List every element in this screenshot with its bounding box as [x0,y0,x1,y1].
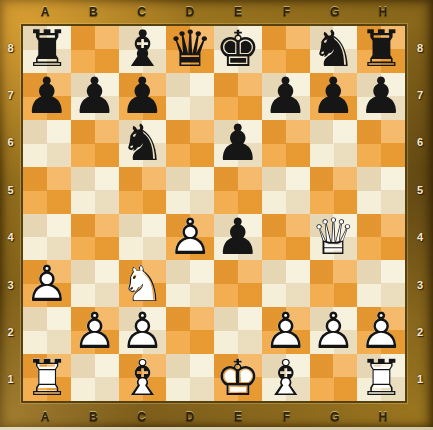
square-g3[interactable] [310,260,358,307]
square-b3[interactable] [71,260,119,307]
file-label-bottom-h: H [359,403,407,430]
white-pawn: ♟♙ [166,214,214,261]
square-d6[interactable] [166,120,214,167]
chess-board: ♜♝♛♚♞♜♟♟♟♟♟♟♞♟♟♙♟♛♕♟♙♞♘♟♙♟♙♟♙♟♙♟♙♜♖♝♗♚♔♝… [21,24,407,403]
file-label-bottom-a: A [21,403,69,430]
square-h3[interactable] [357,260,405,307]
white-queen: ♛♕ [310,214,358,261]
white-pawn: ♟♙ [357,307,405,354]
square-d7[interactable] [166,73,214,120]
rank-label-left-5: 5 [0,166,21,213]
white-piece-outline: ♙ [310,307,358,354]
file-label-bottom-d: D [166,403,214,430]
white-piece-outline: ♔ [214,354,262,401]
black-pawn: ♟ [357,73,405,120]
black-king: ♚ [214,26,262,73]
square-c3[interactable]: ♞♘ [119,260,167,307]
file-label-top-b: B [69,0,117,24]
white-pawn: ♟♙ [119,307,167,354]
square-e8[interactable]: ♚ [214,26,262,73]
square-e5[interactable] [214,167,262,214]
rank-label-right-7: 7 [407,71,433,118]
square-d4[interactable]: ♟♙ [166,214,214,261]
rank-label-left-1: 1 [0,356,21,403]
square-b8[interactable] [71,26,119,73]
square-a8[interactable]: ♜ [23,26,71,73]
square-f3[interactable] [262,260,310,307]
file-label-top-f: F [262,0,310,24]
square-a5[interactable] [23,167,71,214]
white-piece-outline: ♖ [357,354,405,401]
rank-label-left-2: 2 [0,308,21,355]
square-e7[interactable] [214,73,262,120]
rank-label-right-3: 3 [407,261,433,308]
square-g2[interactable]: ♟♙ [310,307,358,354]
square-c6[interactable]: ♞ [119,120,167,167]
square-c5[interactable] [119,167,167,214]
rank-label-left-6: 6 [0,119,21,166]
rank-label-right-8: 8 [407,24,433,71]
square-e4[interactable]: ♟ [214,214,262,261]
chess-board-frame: ABCDEFGH ABCDEFGH 87654321 87654321 ♜♝♛♚… [0,0,433,430]
black-pawn: ♟ [310,73,358,120]
white-piece-outline: ♖ [23,354,71,401]
rank-label-right-4: 4 [407,214,433,261]
white-piece-outline: ♙ [262,307,310,354]
square-c4[interactable] [119,214,167,261]
rank-label-left-4: 4 [0,214,21,261]
file-labels-bottom: ABCDEFGH [21,403,407,430]
white-piece-outline: ♙ [23,260,71,307]
white-piece-outline: ♙ [119,307,167,354]
white-rook: ♜♖ [357,354,405,401]
square-a2[interactable] [23,307,71,354]
square-d8[interactable]: ♛ [166,26,214,73]
square-b6[interactable] [71,120,119,167]
white-bishop: ♝♗ [119,354,167,401]
square-e1[interactable]: ♚♔ [214,354,262,401]
square-h8[interactable]: ♜ [357,26,405,73]
square-g8[interactable]: ♞ [310,26,358,73]
white-rook: ♜♖ [23,354,71,401]
black-rook: ♜ [23,26,71,73]
square-b2[interactable]: ♟♙ [71,307,119,354]
white-piece-outline: ♙ [71,307,119,354]
square-h4[interactable] [357,214,405,261]
white-pawn: ♟♙ [310,307,358,354]
white-piece-outline: ♗ [262,354,310,401]
square-c1[interactable]: ♝♗ [119,354,167,401]
square-c2[interactable]: ♟♙ [119,307,167,354]
black-queen: ♛ [166,26,214,73]
square-e6[interactable]: ♟ [214,120,262,167]
white-pawn: ♟♙ [262,307,310,354]
square-a6[interactable] [23,120,71,167]
square-g6[interactable] [310,120,358,167]
square-d3[interactable] [166,260,214,307]
square-f8[interactable] [262,26,310,73]
file-label-bottom-f: F [262,403,310,430]
black-pawn: ♟ [71,73,119,120]
square-h1[interactable]: ♜♖ [357,354,405,401]
square-f1[interactable]: ♝♗ [262,354,310,401]
file-label-bottom-e: E [214,403,262,430]
square-f2[interactable]: ♟♙ [262,307,310,354]
square-a3[interactable]: ♟♙ [23,260,71,307]
file-label-bottom-c: C [118,403,166,430]
square-d1[interactable] [166,354,214,401]
white-piece-outline: ♕ [310,214,358,261]
rank-labels-right: 87654321 [407,24,433,403]
square-d2[interactable] [166,307,214,354]
white-piece-outline: ♙ [166,214,214,261]
black-knight: ♞ [119,120,167,167]
square-g7[interactable]: ♟ [310,73,358,120]
white-piece-outline: ♙ [357,307,405,354]
white-piece-outline: ♘ [119,260,167,307]
black-knight: ♞ [310,26,358,73]
white-knight: ♞♘ [119,260,167,307]
square-a7[interactable]: ♟ [23,73,71,120]
rank-label-left-7: 7 [0,71,21,118]
square-f5[interactable] [262,167,310,214]
square-g1[interactable] [310,354,358,401]
rank-label-left-8: 8 [0,24,21,71]
square-h7[interactable]: ♟ [357,73,405,120]
square-b4[interactable] [71,214,119,261]
square-c7[interactable]: ♟ [119,73,167,120]
black-pawn: ♟ [214,120,262,167]
white-bishop: ♝♗ [262,354,310,401]
white-piece-outline: ♗ [119,354,167,401]
black-pawn: ♟ [23,73,71,120]
square-c8[interactable]: ♝ [119,26,167,73]
white-king: ♚♔ [214,354,262,401]
file-label-bottom-g: G [311,403,359,430]
square-e2[interactable] [214,307,262,354]
square-b7[interactable]: ♟ [71,73,119,120]
square-h6[interactable] [357,120,405,167]
black-pawn: ♟ [262,73,310,120]
square-h2[interactable]: ♟♙ [357,307,405,354]
square-d5[interactable] [166,167,214,214]
rank-label-right-2: 2 [407,308,433,355]
white-pawn: ♟♙ [71,307,119,354]
square-f4[interactable] [262,214,310,261]
square-f7[interactable]: ♟ [262,73,310,120]
rank-label-right-1: 1 [407,356,433,403]
square-a1[interactable]: ♜♖ [23,354,71,401]
square-b5[interactable] [71,167,119,214]
square-b1[interactable] [71,354,119,401]
square-a4[interactable] [23,214,71,261]
black-rook: ♜ [357,26,405,73]
square-f6[interactable] [262,120,310,167]
rank-labels-left: 87654321 [0,24,21,403]
square-g5[interactable] [310,167,358,214]
white-pawn: ♟♙ [23,260,71,307]
file-label-bottom-b: B [69,403,117,430]
black-bishop: ♝ [119,26,167,73]
rank-label-right-6: 6 [407,119,433,166]
square-e3[interactable] [214,260,262,307]
rank-label-right-5: 5 [407,166,433,213]
square-h5[interactable] [357,167,405,214]
square-g4[interactable]: ♛♕ [310,214,358,261]
black-pawn: ♟ [119,73,167,120]
black-pawn: ♟ [214,214,262,261]
rank-label-left-3: 3 [0,261,21,308]
